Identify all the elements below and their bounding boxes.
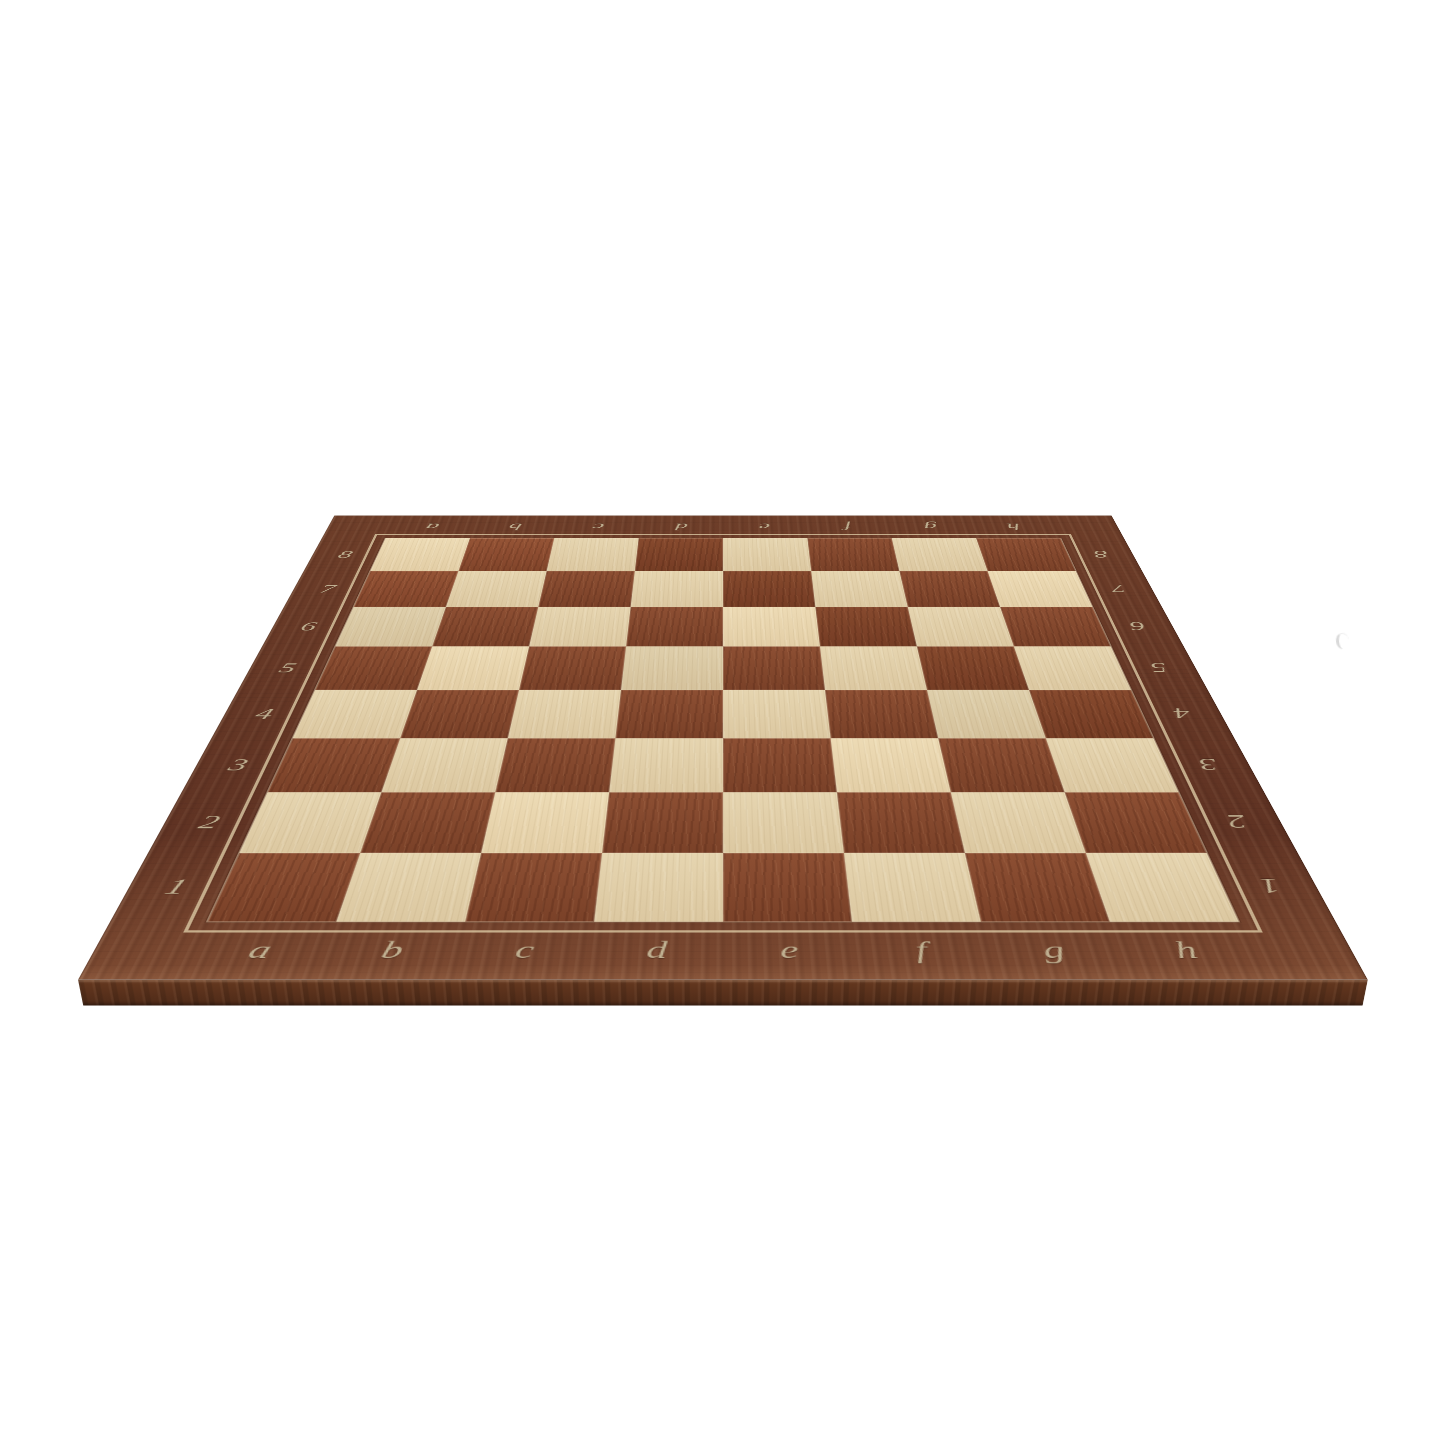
square-c7	[538, 571, 635, 607]
rank-label-right-4: 4	[1169, 706, 1193, 721]
square-a1	[207, 853, 360, 922]
square-a7	[354, 571, 459, 607]
square-h5	[1014, 646, 1131, 690]
square-b2	[360, 792, 495, 853]
square-b8	[458, 538, 554, 571]
rank-label-right-5: 5	[1147, 661, 1170, 675]
rank-label-left-4: 4	[252, 706, 276, 721]
square-g2	[951, 792, 1086, 853]
square-c6	[529, 607, 631, 646]
file-label-bottom-f: f	[913, 938, 929, 962]
rank-label-right-3: 3	[1195, 756, 1221, 773]
square-b1	[336, 853, 481, 922]
product-photo-background: aabbccddeeffgghh1122334455667788	[0, 0, 1445, 1445]
square-e1	[723, 853, 852, 922]
square-f4	[825, 690, 938, 738]
board-top-surface: aabbccddeeffgghh1122334455667788	[78, 515, 1368, 979]
square-b5	[417, 646, 529, 690]
square-f3	[831, 738, 951, 792]
square-h6	[1000, 607, 1111, 646]
square-a3	[267, 738, 400, 792]
square-g5	[917, 646, 1029, 690]
square-h3	[1046, 738, 1179, 792]
rank-label-left-3: 3	[226, 756, 252, 773]
square-e8	[723, 538, 811, 571]
file-label-bottom-a: a	[245, 938, 276, 962]
square-f2	[837, 792, 965, 853]
square-e6	[723, 607, 820, 646]
square-g8	[892, 538, 988, 571]
square-e4	[723, 690, 831, 738]
square-f1	[844, 853, 981, 922]
file-label-bottom-d: d	[646, 938, 668, 962]
rank-label-left-2: 2	[195, 812, 223, 831]
file-label-bottom-h: h	[1170, 938, 1201, 962]
square-c5	[519, 646, 626, 690]
square-g1	[965, 853, 1110, 922]
rank-label-left-5: 5	[276, 661, 299, 675]
square-e2	[723, 792, 844, 853]
rank-label-right-8: 8	[1091, 549, 1110, 559]
square-b3	[381, 738, 507, 792]
file-label-top-a: a	[424, 522, 441, 532]
square-c3	[495, 738, 615, 792]
square-g6	[908, 607, 1014, 646]
square-d2	[602, 792, 723, 853]
square-c4	[508, 690, 621, 738]
rank-label-left-1: 1	[161, 876, 192, 898]
rank-label-right-2: 2	[1223, 812, 1251, 831]
square-f8	[807, 538, 899, 571]
square-a8	[370, 538, 470, 571]
square-g3	[938, 738, 1064, 792]
background-artifact	[1335, 632, 1350, 649]
square-a5	[315, 646, 432, 690]
square-d8	[635, 538, 723, 571]
file-label-bottom-b: b	[379, 938, 407, 962]
square-c2	[481, 792, 609, 853]
square-h8	[976, 538, 1076, 571]
square-h7	[988, 571, 1093, 607]
square-d3	[609, 738, 723, 792]
square-b7	[446, 571, 547, 607]
square-f7	[811, 571, 908, 607]
rank-label-left-8: 8	[336, 549, 355, 559]
square-a4	[293, 690, 417, 738]
square-f6	[815, 607, 917, 646]
square-d7	[631, 571, 723, 607]
file-label-bottom-e: e	[779, 938, 799, 962]
square-d5	[621, 646, 723, 690]
file-label-top-c: c	[592, 522, 605, 532]
rank-label-right-6: 6	[1127, 620, 1148, 632]
square-h4	[1029, 690, 1153, 738]
board-front-edge	[78, 980, 1368, 1006]
square-e5	[723, 646, 825, 690]
file-label-top-f: f	[843, 522, 852, 532]
rank-label-left-6: 6	[298, 620, 319, 632]
square-c1	[465, 853, 602, 922]
square-g7	[899, 571, 1000, 607]
square-f5	[820, 646, 927, 690]
square-a2	[239, 792, 381, 853]
square-b4	[400, 690, 519, 738]
playing-field	[207, 538, 1238, 921]
rank-label-right-7: 7	[1108, 583, 1128, 594]
file-label-bottom-c: c	[513, 938, 536, 962]
file-label-top-h: h	[1005, 522, 1022, 532]
square-d1	[594, 853, 723, 922]
square-c8	[547, 538, 639, 571]
square-g4	[927, 690, 1046, 738]
rank-label-right-1: 1	[1254, 876, 1285, 898]
square-h2	[1065, 792, 1207, 853]
square-b6	[432, 607, 538, 646]
square-a6	[335, 607, 446, 646]
square-d6	[626, 607, 723, 646]
file-label-top-e: e	[759, 522, 771, 532]
square-h1	[1086, 853, 1239, 922]
rank-label-left-7: 7	[318, 583, 338, 594]
square-e3	[723, 738, 837, 792]
file-label-top-g: g	[923, 522, 939, 532]
square-e7	[723, 571, 815, 607]
square-d4	[615, 690, 723, 738]
file-label-top-d: d	[675, 522, 689, 532]
file-label-top-b: b	[507, 522, 523, 532]
file-label-bottom-g: g	[1040, 938, 1068, 962]
